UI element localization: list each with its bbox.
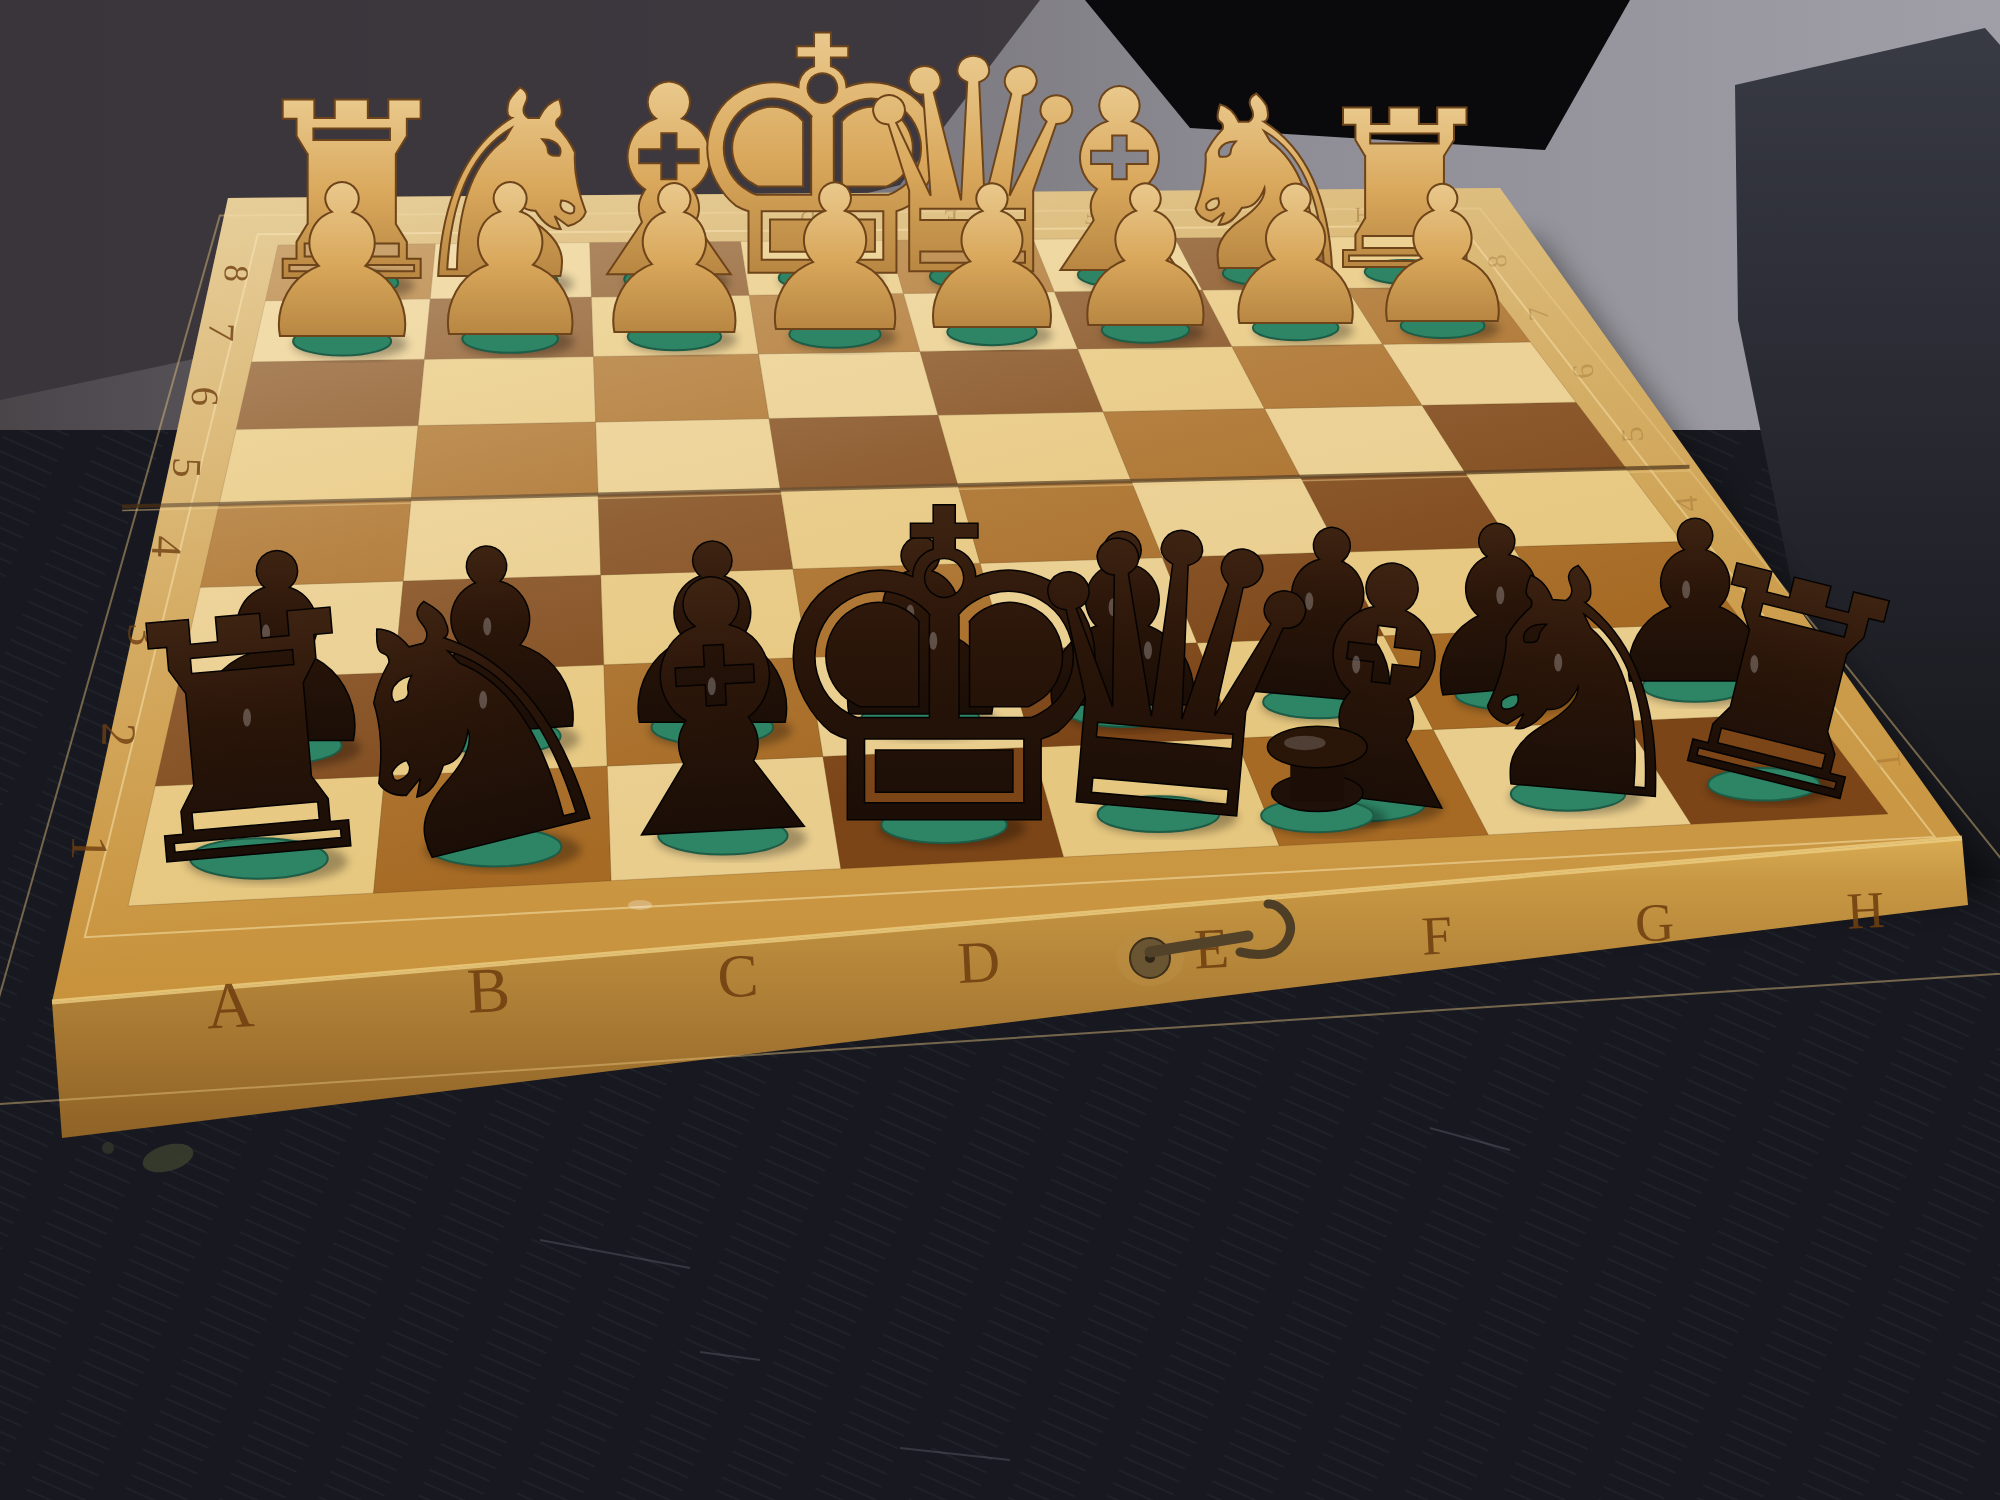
file-label-a: A xyxy=(204,967,256,1042)
piece-glyph: ♟ xyxy=(583,143,766,380)
file-label-f: F xyxy=(1420,904,1454,966)
piece-white-pawn-g7[interactable]: ♟ xyxy=(1210,146,1381,368)
file-label-c: C xyxy=(716,942,760,1011)
file-label-g: G xyxy=(1634,892,1676,954)
rank-label-left-6: 6 xyxy=(184,386,228,408)
piece-white-pawn-e7[interactable]: ♟ xyxy=(904,144,1081,373)
piece-white-pawn-c7[interactable]: ♟ xyxy=(583,143,766,380)
gloss-highlight xyxy=(708,677,716,695)
scene-svg: ABCDEFGHABCDEFGH1234567812345678♜♞♝♚♛♝♞♜… xyxy=(0,0,2000,1500)
gloss-highlight xyxy=(479,691,487,709)
piece-glyph: ♟ xyxy=(417,141,603,383)
piece-glyph: ♟ xyxy=(745,142,925,376)
rank-label-right-5: 5 xyxy=(1614,425,1650,444)
file-label-b: B xyxy=(465,954,511,1027)
rank-label-right-6: 6 xyxy=(1565,363,1599,381)
piece-white-pawn-b7[interactable]: ♟ xyxy=(417,141,603,383)
piece-white-pawn-d7[interactable]: ♟ xyxy=(745,142,925,376)
piece-glyph: ♟ xyxy=(1358,146,1527,365)
rank-label-left-5: 5 xyxy=(164,456,211,479)
piece-glyph: ♟ xyxy=(904,144,1081,373)
piece-glyph: ♟ xyxy=(1059,145,1233,371)
file-label-d: D xyxy=(956,928,1002,996)
gloss-highlight xyxy=(1352,655,1360,673)
file-label-h: H xyxy=(1845,881,1885,940)
edge-smudge-dot xyxy=(102,1142,114,1154)
gloss-highlight xyxy=(1554,654,1562,672)
photo-scene: ABCDEFGHABCDEFGH1234567812345678♜♞♝♚♛♝♞♜… xyxy=(0,0,2000,1500)
gloss-highlight xyxy=(1750,655,1758,673)
rank-label-right-7: 7 xyxy=(1522,306,1554,323)
piece-glyph: ♟ xyxy=(248,140,437,386)
piece-glyph: ♟ xyxy=(1210,146,1381,368)
gloss-highlight xyxy=(929,632,937,650)
piece-white-pawn-a7[interactable]: ♟ xyxy=(248,140,437,386)
gloss-highlight xyxy=(243,709,251,727)
gloss-highlight xyxy=(1144,641,1152,659)
rank-label-left-7: 7 xyxy=(201,322,243,343)
piece-white-pawn-h7[interactable]: ♟ xyxy=(1358,146,1527,365)
piece-white-pawn-f7[interactable]: ♟ xyxy=(1059,145,1233,371)
